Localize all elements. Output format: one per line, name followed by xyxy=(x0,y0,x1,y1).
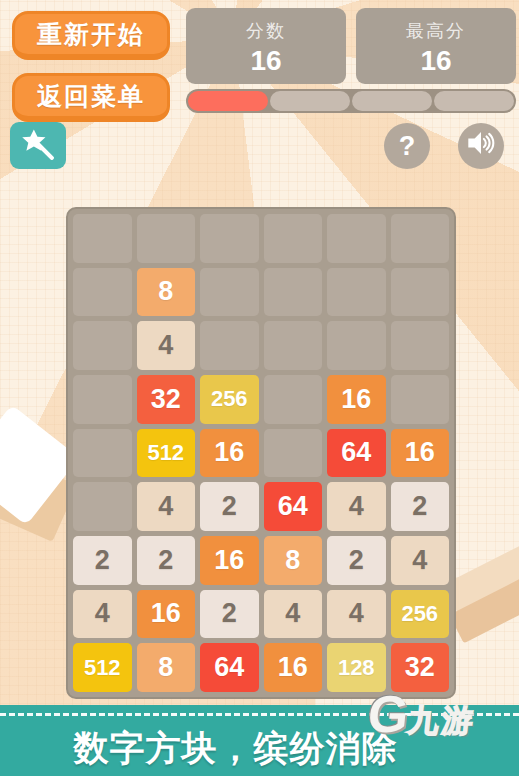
empty-cell xyxy=(73,375,132,424)
tile-2: 2 xyxy=(200,482,259,531)
empty-cell xyxy=(73,429,132,478)
tile-4: 4 xyxy=(327,482,386,531)
tile-4: 4 xyxy=(264,590,323,639)
sound-button[interactable] xyxy=(458,123,504,169)
empty-cell xyxy=(264,268,323,317)
game-screen: 重新开始 返回菜单 分数 16 最高分 16 ? xyxy=(0,0,519,776)
question-icon: ? xyxy=(399,131,416,162)
empty-cell xyxy=(200,214,259,263)
tile-16: 16 xyxy=(200,429,259,478)
tile-512: 512 xyxy=(73,643,132,692)
empty-cell xyxy=(137,214,196,263)
score-label: 分数 xyxy=(186,19,346,43)
tile-8: 8 xyxy=(137,268,196,317)
9game-logo-text: 九游 xyxy=(406,700,478,742)
tile-16: 16 xyxy=(200,536,259,585)
tile-512: 512 xyxy=(137,429,196,478)
empty-cell xyxy=(73,268,132,317)
back-to-menu-button[interactable]: 返回菜单 xyxy=(12,73,170,122)
tile-64: 64 xyxy=(327,429,386,478)
tile-256: 256 xyxy=(200,375,259,424)
magic-wand-icon xyxy=(20,128,56,164)
tile-256: 256 xyxy=(391,590,450,639)
empty-cell xyxy=(264,214,323,263)
empty-cell xyxy=(327,268,386,317)
tile-32: 32 xyxy=(137,375,196,424)
help-button[interactable]: ? xyxy=(384,123,430,169)
tile-4: 4 xyxy=(73,590,132,639)
progress-segment-empty xyxy=(352,91,432,111)
tile-2: 2 xyxy=(327,536,386,585)
9game-logo-g-icon: G xyxy=(365,688,411,740)
tile-4: 4 xyxy=(137,482,196,531)
score-value: 16 xyxy=(186,45,346,77)
empty-cell xyxy=(264,321,323,370)
tile-16: 16 xyxy=(137,590,196,639)
restart-button-label: 重新开始 xyxy=(37,18,145,51)
empty-cell xyxy=(73,214,132,263)
tile-2: 2 xyxy=(73,536,132,585)
empty-cell xyxy=(200,268,259,317)
empty-cell xyxy=(327,214,386,263)
progress-segment-empty xyxy=(270,91,350,111)
best-score-value: 16 xyxy=(356,45,516,77)
empty-cell xyxy=(264,429,323,478)
empty-cell xyxy=(264,375,323,424)
progress-segment-filled xyxy=(188,91,268,111)
magic-wand-button[interactable] xyxy=(10,122,66,169)
score-box: 分数 16 xyxy=(186,8,346,84)
progress-segment-empty xyxy=(434,91,514,111)
tile-4: 4 xyxy=(137,321,196,370)
best-score-label: 最高分 xyxy=(356,19,516,43)
empty-cell xyxy=(391,214,450,263)
tile-2: 2 xyxy=(391,482,450,531)
tile-16: 16 xyxy=(327,375,386,424)
empty-cell xyxy=(327,321,386,370)
tile-4: 4 xyxy=(391,536,450,585)
empty-cell xyxy=(391,268,450,317)
empty-cell xyxy=(200,321,259,370)
empty-cell xyxy=(391,375,450,424)
tile-4: 4 xyxy=(327,590,386,639)
tile-64: 64 xyxy=(264,482,323,531)
tile-16: 16 xyxy=(391,429,450,478)
empty-cell xyxy=(73,321,132,370)
tile-2: 2 xyxy=(200,590,259,639)
tile-64: 64 xyxy=(200,643,259,692)
tile-2: 2 xyxy=(137,536,196,585)
empty-cell xyxy=(391,321,450,370)
tile-16: 16 xyxy=(264,643,323,692)
progress-bar xyxy=(186,89,516,113)
tile-8: 8 xyxy=(137,643,196,692)
empty-cell xyxy=(73,482,132,531)
speaker-icon xyxy=(466,129,496,164)
tile-8: 8 xyxy=(264,536,323,585)
game-board[interactable]: 8432256165121664164264422216824416244256… xyxy=(66,207,456,699)
best-score-box: 最高分 16 xyxy=(356,8,516,84)
restart-button[interactable]: 重新开始 xyxy=(12,11,170,60)
9game-logo: G 九游 xyxy=(365,688,479,742)
back-to-menu-button-label: 返回菜单 xyxy=(37,80,145,113)
